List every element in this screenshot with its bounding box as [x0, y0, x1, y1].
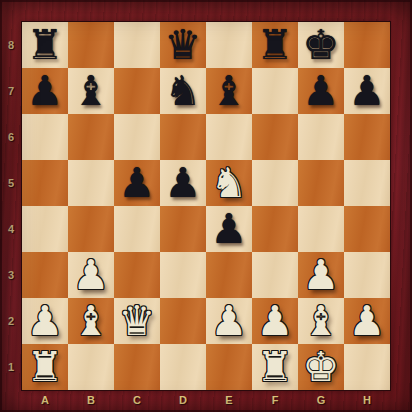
square-d4[interactable]: [160, 206, 206, 252]
square-b8[interactable]: [68, 22, 114, 68]
rank-label-1: 1: [0, 344, 22, 390]
square-a4[interactable]: [22, 206, 68, 252]
rank-label-2: 2: [0, 298, 22, 344]
file-label-c: C: [114, 390, 160, 412]
square-h2[interactable]: ♟: [344, 298, 390, 344]
file-label-a: A: [22, 390, 68, 412]
square-e6[interactable]: [206, 114, 252, 160]
square-g8[interactable]: ♚: [298, 22, 344, 68]
square-b5[interactable]: [68, 160, 114, 206]
piece-white-king-g1[interactable]: ♚: [298, 344, 344, 390]
square-c6[interactable]: [114, 114, 160, 160]
rank-label-4: 4: [0, 206, 22, 252]
square-e4[interactable]: ♟: [206, 206, 252, 252]
square-g3[interactable]: ♟: [298, 252, 344, 298]
square-h8[interactable]: [344, 22, 390, 68]
square-d7[interactable]: ♞: [160, 68, 206, 114]
rank-label-8: 8: [0, 22, 22, 68]
piece-black-knight-d7[interactable]: ♞: [160, 68, 206, 114]
square-a1[interactable]: ♜: [22, 344, 68, 390]
square-c3[interactable]: [114, 252, 160, 298]
square-d1[interactable]: [160, 344, 206, 390]
file-label-f: F: [252, 390, 298, 412]
piece-white-pawn-h2[interactable]: ♟: [344, 298, 390, 344]
piece-white-rook-f1[interactable]: ♜: [252, 344, 298, 390]
piece-black-pawn-e4[interactable]: ♟: [206, 206, 252, 252]
square-h3[interactable]: [344, 252, 390, 298]
file-label-e: E: [206, 390, 252, 412]
piece-black-bishop-b7[interactable]: ♝: [68, 68, 114, 114]
piece-black-rook-a8[interactable]: ♜: [22, 22, 68, 68]
piece-black-queen-d8[interactable]: ♛: [160, 22, 206, 68]
square-e1[interactable]: [206, 344, 252, 390]
square-f8[interactable]: ♜: [252, 22, 298, 68]
chess-board: ♜♛♜♚♟♝♞♝♟♟♟♟♞♟♟♟♟♝♛♟♟♝♟♜♜♚: [22, 22, 390, 390]
square-e5[interactable]: ♞: [206, 160, 252, 206]
square-d2[interactable]: [160, 298, 206, 344]
piece-black-pawn-d5[interactable]: ♟: [160, 160, 206, 206]
piece-white-pawn-a2[interactable]: ♟: [22, 298, 68, 344]
piece-white-pawn-f2[interactable]: ♟: [252, 298, 298, 344]
square-f7[interactable]: [252, 68, 298, 114]
piece-black-pawn-a7[interactable]: ♟: [22, 68, 68, 114]
piece-white-bishop-b2[interactable]: ♝: [68, 298, 114, 344]
square-e7[interactable]: ♝: [206, 68, 252, 114]
square-g4[interactable]: [298, 206, 344, 252]
square-g6[interactable]: [298, 114, 344, 160]
square-d5[interactable]: ♟: [160, 160, 206, 206]
file-label-g: G: [298, 390, 344, 412]
square-b1[interactable]: [68, 344, 114, 390]
square-d6[interactable]: [160, 114, 206, 160]
square-f3[interactable]: [252, 252, 298, 298]
square-b6[interactable]: [68, 114, 114, 160]
piece-black-pawn-h7[interactable]: ♟: [344, 68, 390, 114]
piece-white-pawn-g3[interactable]: ♟: [298, 252, 344, 298]
square-c8[interactable]: [114, 22, 160, 68]
square-g5[interactable]: [298, 160, 344, 206]
square-c1[interactable]: [114, 344, 160, 390]
file-label-b: B: [68, 390, 114, 412]
piece-white-knight-e5[interactable]: ♞: [206, 160, 252, 206]
square-a2[interactable]: ♟: [22, 298, 68, 344]
square-f6[interactable]: [252, 114, 298, 160]
square-c2[interactable]: ♛: [114, 298, 160, 344]
square-a3[interactable]: [22, 252, 68, 298]
square-f2[interactable]: ♟: [252, 298, 298, 344]
piece-black-bishop-e7[interactable]: ♝: [206, 68, 252, 114]
square-h6[interactable]: [344, 114, 390, 160]
square-b4[interactable]: [68, 206, 114, 252]
square-f1[interactable]: ♜: [252, 344, 298, 390]
rank-labels: 87654321: [0, 22, 22, 390]
rank-label-6: 6: [0, 114, 22, 160]
square-b2[interactable]: ♝: [68, 298, 114, 344]
piece-white-bishop-g2[interactable]: ♝: [298, 298, 344, 344]
square-h4[interactable]: [344, 206, 390, 252]
piece-white-pawn-e2[interactable]: ♟: [206, 298, 252, 344]
square-c4[interactable]: [114, 206, 160, 252]
file-label-h: H: [344, 390, 390, 412]
square-g2[interactable]: ♝: [298, 298, 344, 344]
file-label-d: D: [160, 390, 206, 412]
square-e8[interactable]: [206, 22, 252, 68]
square-c5[interactable]: ♟: [114, 160, 160, 206]
square-d8[interactable]: ♛: [160, 22, 206, 68]
piece-white-pawn-b3[interactable]: ♟: [68, 252, 114, 298]
square-a6[interactable]: [22, 114, 68, 160]
square-b3[interactable]: ♟: [68, 252, 114, 298]
rank-label-3: 3: [0, 252, 22, 298]
square-f5[interactable]: [252, 160, 298, 206]
piece-white-queen-c2[interactable]: ♛: [114, 298, 160, 344]
piece-black-pawn-c5[interactable]: ♟: [114, 160, 160, 206]
piece-black-king-g8[interactable]: ♚: [298, 22, 344, 68]
rank-label-5: 5: [0, 160, 22, 206]
square-g7[interactable]: ♟: [298, 68, 344, 114]
square-h1[interactable]: [344, 344, 390, 390]
square-h5[interactable]: [344, 160, 390, 206]
file-labels: ABCDEFGH: [22, 390, 390, 412]
square-a8[interactable]: ♜: [22, 22, 68, 68]
square-a5[interactable]: [22, 160, 68, 206]
square-e3[interactable]: [206, 252, 252, 298]
square-d3[interactable]: [160, 252, 206, 298]
square-f4[interactable]: [252, 206, 298, 252]
square-h7[interactable]: ♟: [344, 68, 390, 114]
square-c7[interactable]: [114, 68, 160, 114]
square-a7[interactable]: ♟: [22, 68, 68, 114]
piece-white-rook-a1[interactable]: ♜: [22, 344, 68, 390]
piece-black-rook-f8[interactable]: ♜: [252, 22, 298, 68]
square-b7[interactable]: ♝: [68, 68, 114, 114]
piece-black-pawn-g7[interactable]: ♟: [298, 68, 344, 114]
square-e2[interactable]: ♟: [206, 298, 252, 344]
square-g1[interactable]: ♚: [298, 344, 344, 390]
rank-label-7: 7: [0, 68, 22, 114]
chess-board-frame: ♜♛♜♚♟♝♞♝♟♟♟♟♞♟♟♟♟♝♛♟♟♝♟♜♜♚ 87654321 ABCD…: [0, 0, 412, 412]
